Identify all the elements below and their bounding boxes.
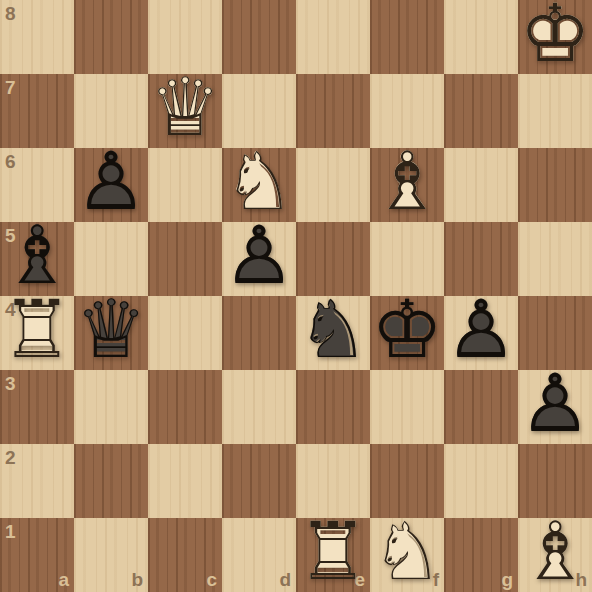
rank-label-3: 3: [5, 374, 16, 393]
black-king-outline-icon: ♔: [370, 290, 444, 370]
square-d8[interactable]: [222, 0, 296, 74]
square-f3[interactable]: [370, 370, 444, 444]
square-e8[interactable]: [296, 0, 370, 74]
square-g6[interactable]: [444, 148, 518, 222]
square-f1[interactable]: f♞♘: [370, 518, 444, 592]
square-h7[interactable]: [518, 74, 592, 148]
black-knight-outline-icon: ♘: [296, 290, 370, 370]
square-g4[interactable]: ♟♙: [444, 296, 518, 370]
black-queen-outline-icon: ♕: [74, 290, 148, 370]
square-d1[interactable]: d: [222, 518, 296, 592]
white-rook-outline-icon: ♖: [0, 290, 74, 370]
square-a4[interactable]: 4♜♖: [0, 296, 74, 370]
square-d3[interactable]: [222, 370, 296, 444]
square-f4[interactable]: ♚♔: [370, 296, 444, 370]
square-g2[interactable]: [444, 444, 518, 518]
square-d5[interactable]: ♟♙: [222, 222, 296, 296]
square-d4[interactable]: [222, 296, 296, 370]
square-b4[interactable]: ♛♕: [74, 296, 148, 370]
square-e4[interactable]: ♞♘: [296, 296, 370, 370]
file-label-d: d: [279, 570, 291, 589]
square-c1[interactable]: c: [148, 518, 222, 592]
white-bishop-outline-icon: ♗: [370, 142, 444, 222]
square-g8[interactable]: [444, 0, 518, 74]
square-e1[interactable]: e♜♖: [296, 518, 370, 592]
square-d2[interactable]: [222, 444, 296, 518]
square-f6[interactable]: ♝♗: [370, 148, 444, 222]
file-label-a: a: [58, 570, 69, 589]
rank-label-8: 8: [5, 4, 16, 23]
square-c2[interactable]: [148, 444, 222, 518]
black-pawn-h3[interactable]: ♟♙: [518, 370, 592, 444]
square-a7[interactable]: 7: [0, 74, 74, 148]
square-a2[interactable]: 2: [0, 444, 74, 518]
square-a8[interactable]: 8: [0, 0, 74, 74]
white-rook-outline-icon: ♖: [296, 512, 370, 592]
file-label-b: b: [131, 570, 143, 589]
black-pawn-b6[interactable]: ♟♙: [74, 148, 148, 222]
black-pawn-g4[interactable]: ♟♙: [444, 296, 518, 370]
square-b1[interactable]: b: [74, 518, 148, 592]
square-h1[interactable]: h♝♗: [518, 518, 592, 592]
white-bishop-outline-icon: ♗: [518, 512, 592, 592]
black-knight-e4[interactable]: ♞♘: [296, 296, 370, 370]
square-b2[interactable]: [74, 444, 148, 518]
square-f8[interactable]: [370, 0, 444, 74]
black-pawn-outline-icon: ♙: [444, 290, 518, 370]
square-h3[interactable]: ♟♙: [518, 370, 592, 444]
black-pawn-outline-icon: ♙: [222, 216, 296, 296]
square-c6[interactable]: [148, 148, 222, 222]
white-king-outline-icon: ♔: [518, 0, 592, 74]
black-pawn-d5[interactable]: ♟♙: [222, 222, 296, 296]
white-bishop-f6[interactable]: ♝♗: [370, 148, 444, 222]
square-b3[interactable]: [74, 370, 148, 444]
rank-label-1: 1: [5, 522, 16, 541]
square-g7[interactable]: [444, 74, 518, 148]
square-e3[interactable]: [296, 370, 370, 444]
square-c3[interactable]: [148, 370, 222, 444]
black-queen-b4[interactable]: ♛♕: [74, 296, 148, 370]
white-knight-f1[interactable]: ♞♘: [370, 518, 444, 592]
chess-board: 8♚♔7♛♕6♟♙♞♘♝♗5♝♗♟♙4♜♖♛♕♞♘♚♔♟♙3♟♙21abcde♜…: [0, 0, 592, 592]
rank-label-7: 7: [5, 78, 16, 97]
white-rook-a4[interactable]: ♜♖: [0, 296, 74, 370]
rank-label-2: 2: [5, 448, 16, 467]
square-g1[interactable]: g: [444, 518, 518, 592]
black-pawn-outline-icon: ♙: [74, 142, 148, 222]
square-h8[interactable]: ♚♔: [518, 0, 592, 74]
white-knight-outline-icon: ♘: [370, 512, 444, 592]
file-label-g: g: [501, 570, 513, 589]
square-a1[interactable]: 1a: [0, 518, 74, 592]
white-king-h8[interactable]: ♚♔: [518, 0, 592, 74]
square-b6[interactable]: ♟♙: [74, 148, 148, 222]
square-c7[interactable]: ♛♕: [148, 74, 222, 148]
square-b8[interactable]: [74, 0, 148, 74]
white-queen-c7[interactable]: ♛♕: [148, 74, 222, 148]
square-c5[interactable]: [148, 222, 222, 296]
black-pawn-outline-icon: ♙: [518, 364, 592, 444]
white-queen-outline-icon: ♕: [148, 68, 222, 148]
square-a3[interactable]: 3: [0, 370, 74, 444]
square-g3[interactable]: [444, 370, 518, 444]
white-rook-e1[interactable]: ♜♖: [296, 518, 370, 592]
square-c4[interactable]: [148, 296, 222, 370]
square-h6[interactable]: [518, 148, 592, 222]
chess-board-wrap: 8♚♔7♛♕6♟♙♞♘♝♗5♝♗♟♙4♜♖♛♕♞♘♚♔♟♙3♟♙21abcde♜…: [0, 0, 592, 592]
black-king-f4[interactable]: ♚♔: [370, 296, 444, 370]
file-label-c: c: [206, 570, 217, 589]
square-e6[interactable]: [296, 148, 370, 222]
white-bishop-h1[interactable]: ♝♗: [518, 518, 592, 592]
rank-label-6: 6: [5, 152, 16, 171]
square-e7[interactable]: [296, 74, 370, 148]
square-h5[interactable]: [518, 222, 592, 296]
